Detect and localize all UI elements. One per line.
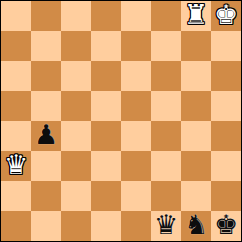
piece-black-knight-g1[interactable]: ♞ — [184, 211, 208, 240]
square-e4[interactable] — [121, 121, 151, 151]
piece-black-queen-f1[interactable]: ♛ — [154, 211, 178, 240]
square-d2[interactable] — [91, 181, 121, 211]
square-d1[interactable] — [91, 211, 121, 241]
square-a5[interactable] — [1, 91, 31, 121]
square-b5[interactable] — [31, 91, 61, 121]
square-e3[interactable] — [121, 151, 151, 181]
square-b7[interactable] — [31, 31, 61, 61]
square-a7[interactable] — [1, 31, 31, 61]
square-g2[interactable] — [181, 181, 211, 211]
square-b3[interactable] — [31, 151, 61, 181]
square-a8[interactable] — [1, 1, 31, 31]
square-c4[interactable] — [61, 121, 91, 151]
square-b8[interactable] — [31, 1, 61, 31]
square-f8[interactable] — [151, 1, 181, 31]
square-c1[interactable] — [61, 211, 91, 241]
square-g7[interactable] — [181, 31, 211, 61]
piece-white-rook-g8[interactable]: ♜ — [184, 1, 208, 30]
square-g6[interactable] — [181, 61, 211, 91]
square-d8[interactable] — [91, 1, 121, 31]
square-f4[interactable] — [151, 121, 181, 151]
square-h5[interactable] — [211, 91, 241, 121]
square-a4[interactable] — [1, 121, 31, 151]
square-c6[interactable] — [61, 61, 91, 91]
piece-black-king-h1[interactable]: ♚ — [214, 211, 238, 240]
square-h2[interactable] — [211, 181, 241, 211]
square-g1[interactable]: ♞ — [181, 211, 211, 241]
square-e5[interactable] — [121, 91, 151, 121]
square-h8[interactable]: ♚ — [211, 1, 241, 31]
square-f7[interactable] — [151, 31, 181, 61]
square-g5[interactable] — [181, 91, 211, 121]
piece-black-pawn-b4[interactable]: ♟ — [34, 121, 58, 150]
square-a2[interactable] — [1, 181, 31, 211]
square-d4[interactable] — [91, 121, 121, 151]
square-h4[interactable] — [211, 121, 241, 151]
square-d6[interactable] — [91, 61, 121, 91]
square-e8[interactable] — [121, 1, 151, 31]
square-f1[interactable]: ♛ — [151, 211, 181, 241]
square-c8[interactable] — [61, 1, 91, 31]
square-f3[interactable] — [151, 151, 181, 181]
square-a3[interactable]: ♛ — [1, 151, 31, 181]
square-g8[interactable]: ♜ — [181, 1, 211, 31]
square-b4[interactable]: ♟ — [31, 121, 61, 151]
square-c3[interactable] — [61, 151, 91, 181]
square-e6[interactable] — [121, 61, 151, 91]
square-f2[interactable] — [151, 181, 181, 211]
square-f5[interactable] — [151, 91, 181, 121]
square-d5[interactable] — [91, 91, 121, 121]
piece-white-queen-a3[interactable]: ♛ — [4, 151, 28, 180]
square-h6[interactable] — [211, 61, 241, 91]
square-h1[interactable]: ♚ — [211, 211, 241, 241]
chess-board: ♜♚♟♛♛♞♚ — [0, 0, 242, 242]
square-h3[interactable] — [211, 151, 241, 181]
square-e1[interactable] — [121, 211, 151, 241]
square-d7[interactable] — [91, 31, 121, 61]
square-e7[interactable] — [121, 31, 151, 61]
square-b1[interactable] — [31, 211, 61, 241]
square-c7[interactable] — [61, 31, 91, 61]
square-h7[interactable] — [211, 31, 241, 61]
square-e2[interactable] — [121, 181, 151, 211]
square-d3[interactable] — [91, 151, 121, 181]
square-b6[interactable] — [31, 61, 61, 91]
square-f6[interactable] — [151, 61, 181, 91]
square-c5[interactable] — [61, 91, 91, 121]
square-c2[interactable] — [61, 181, 91, 211]
square-b2[interactable] — [31, 181, 61, 211]
square-a1[interactable] — [1, 211, 31, 241]
square-g3[interactable] — [181, 151, 211, 181]
square-g4[interactable] — [181, 121, 211, 151]
square-a6[interactable] — [1, 61, 31, 91]
piece-white-king-h8[interactable]: ♚ — [214, 1, 238, 30]
